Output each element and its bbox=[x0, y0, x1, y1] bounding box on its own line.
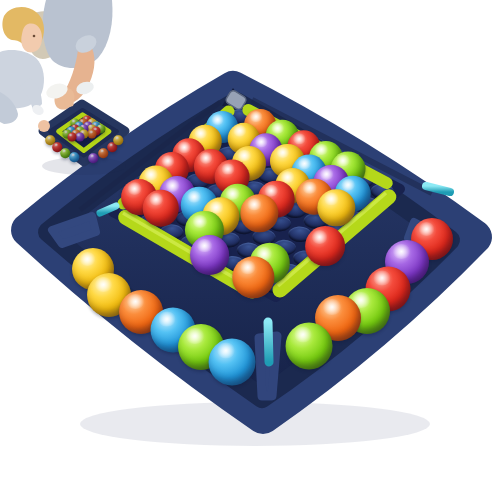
ball-orange[interactable] bbox=[88, 130, 97, 139]
ball-blue[interactable] bbox=[209, 339, 256, 386]
ball-red[interactable] bbox=[142, 190, 179, 227]
child-face bbox=[21, 24, 42, 53]
ball-orange[interactable] bbox=[98, 148, 108, 158]
child-eye bbox=[33, 35, 36, 38]
ball-red[interactable] bbox=[305, 227, 345, 267]
ball-purple[interactable] bbox=[190, 235, 230, 275]
ball-yellow[interactable] bbox=[113, 135, 123, 145]
ball-purple[interactable] bbox=[88, 153, 98, 163]
product-photo bbox=[0, 0, 500, 500]
ball-green[interactable] bbox=[286, 323, 333, 370]
child-hand bbox=[38, 120, 50, 132]
ball-purple[interactable] bbox=[75, 133, 84, 142]
ball-blue[interactable] bbox=[69, 152, 79, 162]
ball-red[interactable] bbox=[67, 133, 76, 142]
